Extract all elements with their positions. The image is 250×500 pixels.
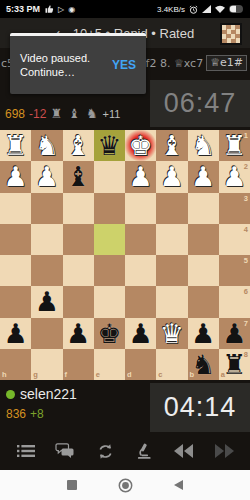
piece-bP-d7[interactable]: ♟ xyxy=(129,320,153,347)
piece-wP-d2[interactable]: ♟ xyxy=(129,163,153,190)
list-button[interactable] xyxy=(12,438,40,464)
piece-bP-a7[interactable]: ♟ xyxy=(222,320,246,347)
square-b8[interactable]: ♞b xyxy=(188,349,219,380)
piece-wP-g2[interactable]: ♟ xyxy=(35,163,59,190)
square-d5[interactable] xyxy=(125,255,156,286)
square-f2[interactable]: ♝ xyxy=(63,161,94,192)
rewind-icon xyxy=(174,444,194,458)
file-label-e: e xyxy=(96,370,100,379)
square-h8[interactable]: h xyxy=(0,349,31,380)
square-h1[interactable]: ♜ xyxy=(0,130,31,161)
rank-label-4: 4 xyxy=(244,225,248,234)
square-c7[interactable]: ♛ xyxy=(156,318,187,349)
piece-bK-e7[interactable]: ♚ xyxy=(97,320,121,347)
piece-bP-g6[interactable]: ♟ xyxy=(35,288,59,315)
file-label-g: g xyxy=(33,370,38,379)
square-h5[interactable] xyxy=(0,255,31,286)
android-nav-bar xyxy=(0,470,250,500)
video-paused-toast: Video paused. Continue… YES xyxy=(10,33,146,94)
opponent-rating-diff: -12 xyxy=(29,107,46,121)
recents-button[interactable] xyxy=(66,479,78,491)
square-b6[interactable] xyxy=(188,286,219,317)
player-clock: 04:14 xyxy=(150,383,250,432)
square-h2[interactable]: ♟ xyxy=(0,161,31,192)
player-rating-diff: +8 xyxy=(30,407,44,421)
square-f3[interactable] xyxy=(63,193,94,224)
opponent-rating-row: 698 -12 ♜ ♝ ♞ +11 xyxy=(5,106,120,121)
square-a3[interactable]: 3 xyxy=(219,193,250,224)
rank-label-3: 3 xyxy=(244,194,248,203)
square-c2[interactable]: ♟ xyxy=(156,161,187,192)
player-name: selen221 xyxy=(20,386,77,402)
square-e1[interactable]: ♛ xyxy=(94,130,125,161)
game-toolbar xyxy=(0,434,250,468)
square-e7[interactable]: ♚ xyxy=(94,318,125,349)
clock-time: 5:33 PM xyxy=(6,4,40,14)
square-g5[interactable] xyxy=(31,255,62,286)
file-label-f: f xyxy=(65,370,68,379)
rank-label-6: 6 xyxy=(244,287,248,296)
piece-wB-f1[interactable]: ♝ xyxy=(66,132,90,159)
piece-wP-b2[interactable]: ♟ xyxy=(191,163,215,190)
square-g4[interactable] xyxy=(31,224,62,255)
square-d1[interactable]: ♚ xyxy=(125,130,156,161)
square-e2[interactable] xyxy=(94,161,125,192)
piece-wN-g1[interactable]: ♞ xyxy=(35,132,59,159)
square-b1[interactable]: ♞ xyxy=(188,130,219,161)
square-e4[interactable] xyxy=(94,224,125,255)
square-f8[interactable]: f xyxy=(63,349,94,380)
piece-wP-a2[interactable]: ♟ xyxy=(222,163,246,190)
signal-icon xyxy=(202,5,211,13)
microscope-icon xyxy=(134,443,155,460)
chat-button[interactable] xyxy=(51,438,79,464)
file-label-c: c xyxy=(158,370,162,379)
piece-bB-f2[interactable]: ♝ xyxy=(66,163,90,190)
back-button[interactable] xyxy=(173,479,184,491)
square-g7[interactable] xyxy=(31,318,62,349)
piece-wQ-c7[interactable]: ♛ xyxy=(160,320,184,347)
piece-bP-f7[interactable]: ♟ xyxy=(66,320,90,347)
square-f5[interactable] xyxy=(63,255,94,286)
piece-wR-a1[interactable]: ♜ xyxy=(222,132,246,159)
piece-bR-a8[interactable]: ♜ xyxy=(222,351,246,378)
piece-bP-h7[interactable]: ♟ xyxy=(4,320,28,347)
toast-message: Video paused. Continue… xyxy=(20,51,92,79)
opponent-rating: 698 xyxy=(5,107,25,121)
piece-wP-h2[interactable]: ♟ xyxy=(4,163,28,190)
thumb-notification-icon xyxy=(44,4,54,14)
file-label-d: d xyxy=(127,370,132,379)
square-d2[interactable]: ♟ xyxy=(125,161,156,192)
forward-button[interactable] xyxy=(210,438,238,464)
square-c5[interactable] xyxy=(156,255,187,286)
square-a2[interactable]: ♟2 xyxy=(219,161,250,192)
square-g1[interactable]: ♞ xyxy=(31,130,62,161)
square-a4[interactable]: 4 xyxy=(219,224,250,255)
current-move[interactable]: ♕e1# xyxy=(206,55,247,71)
square-e6[interactable] xyxy=(94,286,125,317)
square-b2[interactable]: ♟ xyxy=(188,161,219,192)
battery-icon xyxy=(229,5,244,13)
square-b7[interactable]: ♟ xyxy=(188,318,219,349)
file-label-h: h xyxy=(2,370,7,379)
toast-yes-button[interactable]: YES xyxy=(112,58,136,72)
home-button[interactable] xyxy=(118,478,133,493)
wifi-icon xyxy=(215,5,225,13)
square-a1[interactable]: ♜1 xyxy=(219,130,250,161)
piece-wB-c1[interactable]: ♝ xyxy=(160,132,184,159)
square-c8[interactable]: c xyxy=(156,349,187,380)
square-a7[interactable]: ♟7 xyxy=(219,318,250,349)
flip-board-button[interactable] xyxy=(91,438,119,464)
square-g6[interactable]: ♟ xyxy=(31,286,62,317)
piece-wP-c2[interactable]: ♟ xyxy=(160,163,184,190)
square-f7[interactable]: ♟ xyxy=(63,318,94,349)
board-menu-icon[interactable] xyxy=(220,23,242,45)
home-icon xyxy=(118,478,133,493)
square-h3[interactable] xyxy=(0,193,31,224)
square-a8[interactable]: ♜8a xyxy=(219,349,250,380)
recents-icon xyxy=(66,479,78,491)
square-f6[interactable] xyxy=(63,286,94,317)
app-notification-icon: ◉ xyxy=(68,5,75,14)
player-clock-time: 04:14 xyxy=(164,392,237,423)
status-bar: 5:33 PM ▷ ◉ 3.4KB/s xyxy=(0,0,250,18)
square-d6[interactable] xyxy=(125,286,156,317)
piece-wN-b1[interactable]: ♞ xyxy=(191,132,215,159)
square-e5[interactable] xyxy=(94,255,125,286)
square-f1[interactable]: ♝ xyxy=(63,130,94,161)
square-h7[interactable]: ♟ xyxy=(0,318,31,349)
opponent-clock-time: 06:47 xyxy=(164,88,237,119)
square-c3[interactable] xyxy=(156,193,187,224)
square-c1[interactable]: ♝ xyxy=(156,130,187,161)
square-d8[interactable]: d xyxy=(125,349,156,380)
player-rating: 836 xyxy=(6,407,26,421)
android-back-icon xyxy=(173,479,184,491)
square-b5[interactable] xyxy=(188,255,219,286)
square-c4[interactable] xyxy=(156,224,187,255)
piece-wR-h1[interactable]: ♜ xyxy=(4,132,28,159)
alarm-icon xyxy=(189,5,198,14)
square-g3[interactable] xyxy=(31,193,62,224)
network-speed: 3.4KB/s xyxy=(157,5,185,14)
flip-board-icon xyxy=(95,443,116,460)
square-b3[interactable] xyxy=(188,193,219,224)
square-g8[interactable]: g xyxy=(31,349,62,380)
piece-bQ-e1[interactable]: ♛ xyxy=(97,132,121,159)
square-g2[interactable]: ♟ xyxy=(31,161,62,192)
rank-label-5: 5 xyxy=(244,256,248,265)
player-rating-row: 836 +8 xyxy=(6,407,44,421)
player-name-row: selen221 xyxy=(6,386,77,402)
square-d3[interactable] xyxy=(125,193,156,224)
square-e8[interactable]: e xyxy=(94,349,125,380)
chat-icon xyxy=(55,443,76,459)
captured-pieces: ♜ ♝ ♞ xyxy=(50,106,98,121)
piece-bP-b7[interactable]: ♟ xyxy=(191,320,215,347)
piece-bN-b8[interactable]: ♞ xyxy=(191,351,215,378)
square-c6[interactable] xyxy=(156,286,187,317)
square-a5[interactable]: 5 xyxy=(219,255,250,286)
square-a6[interactable]: 6 xyxy=(219,286,250,317)
material-advantage: +11 xyxy=(103,108,121,120)
play-notification-icon: ▷ xyxy=(58,5,64,14)
app-screen: 5:33 PM ▷ ◉ 3.4KB/s ← 10+5 • Rapid • Rat… xyxy=(0,0,250,500)
square-h4[interactable] xyxy=(0,224,31,255)
square-f4[interactable] xyxy=(63,224,94,255)
analysis-button[interactable] xyxy=(131,438,159,464)
list-icon xyxy=(16,443,36,459)
square-e3[interactable] xyxy=(94,193,125,224)
square-h6[interactable] xyxy=(0,286,31,317)
square-d4[interactable] xyxy=(125,224,156,255)
chess-board[interactable]: ♜♞♝♛♚♝♞♜1♟♟♝♟♟♟♟2345♟6♟♟♚♟♛♟♟7hgfedc♞b♜8… xyxy=(0,130,250,380)
online-indicator-icon xyxy=(6,390,15,399)
forward-icon xyxy=(214,444,234,458)
opponent-clock: 06:47 xyxy=(150,80,250,127)
square-d7[interactable]: ♟ xyxy=(125,318,156,349)
square-b4[interactable] xyxy=(188,224,219,255)
rewind-button[interactable] xyxy=(170,438,198,464)
piece-wK-d1[interactable]: ♚ xyxy=(129,132,153,159)
